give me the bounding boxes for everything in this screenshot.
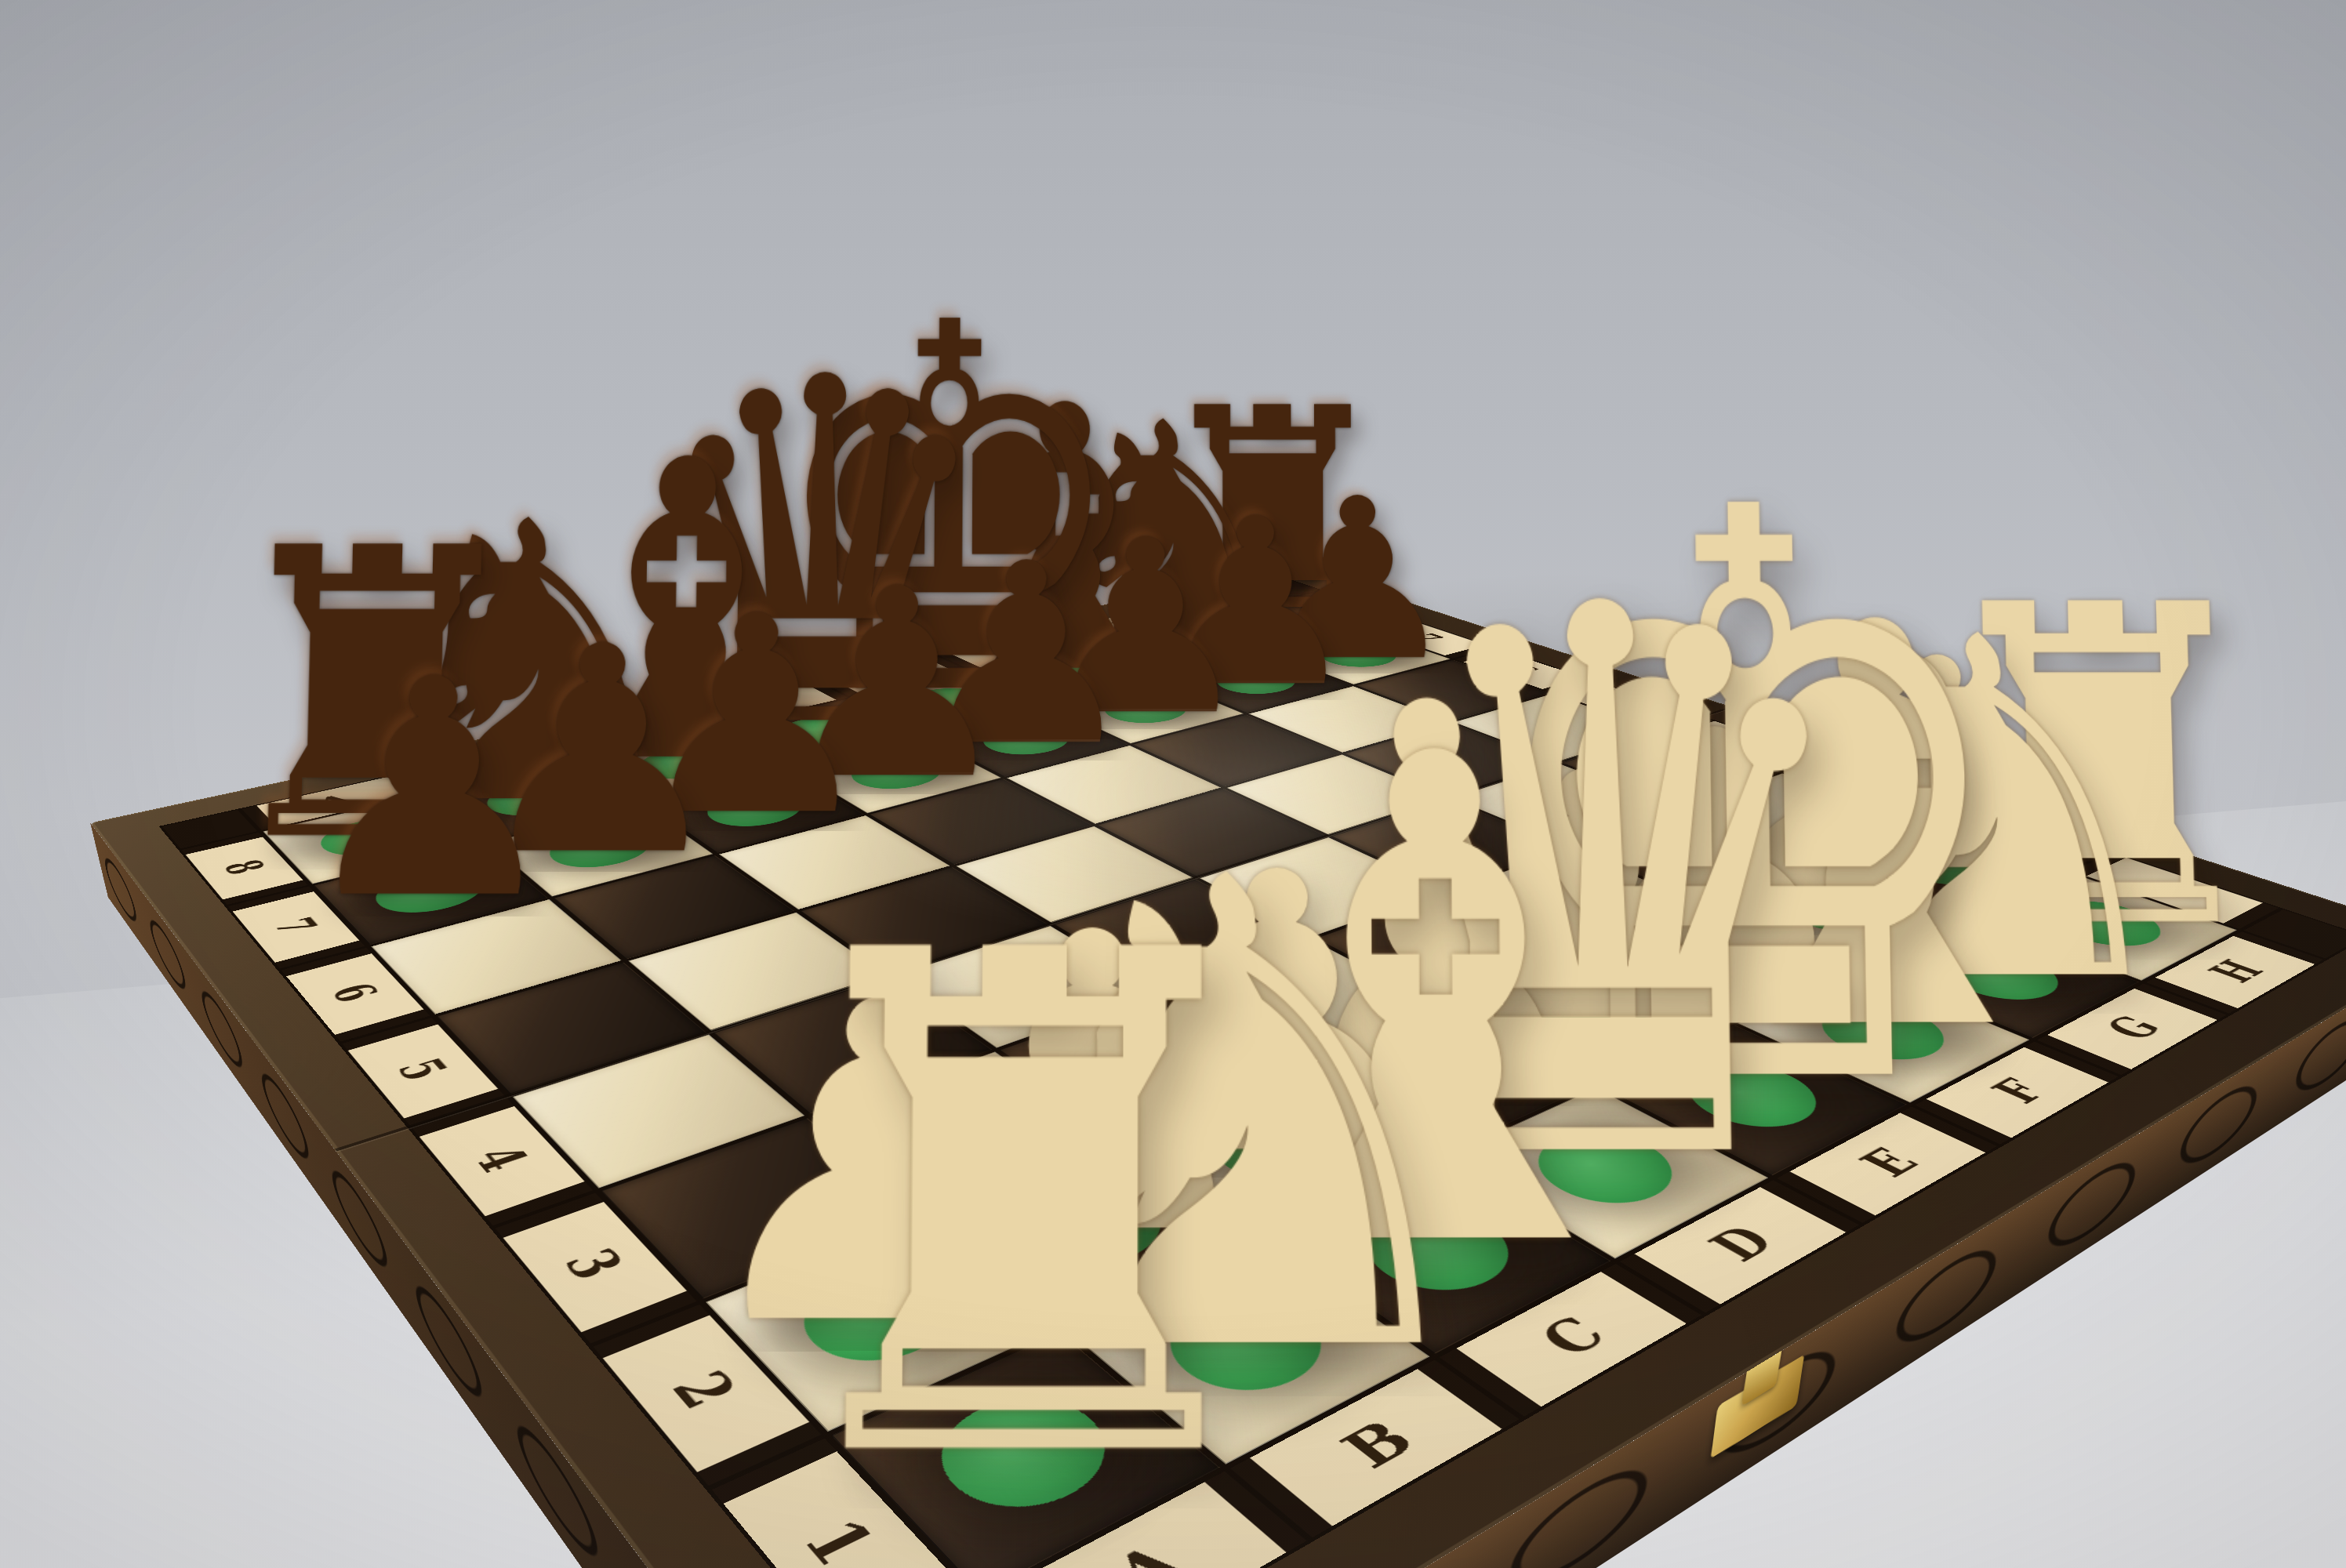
rank-label-text: 8: [212, 856, 275, 879]
file-label-text: G: [2092, 1010, 2174, 1046]
photo-scene: ABCDEFGH8♜♞♝♛♚♝♞♜87♟♟♟♟♟♟♟♟7665544332♟♟♟…: [0, 0, 2346, 1568]
rank-label-text: 2: [654, 1361, 753, 1418]
rank-label-text: 6: [318, 978, 390, 1007]
file-label-text: H: [2195, 954, 2276, 988]
file-label-text: D: [1694, 1218, 1789, 1270]
rank-label-text: 4: [459, 1139, 542, 1179]
file-label-text: A: [1096, 1530, 1202, 1568]
file-label-text: C: [1524, 1307, 1621, 1366]
rank-label-text: 3: [548, 1240, 638, 1288]
rank-label-text: 1: [784, 1508, 892, 1568]
rank-label-text: 5: [383, 1052, 460, 1087]
file-label-text: B: [1325, 1409, 1429, 1479]
rank-label-text: 7: [261, 913, 329, 938]
